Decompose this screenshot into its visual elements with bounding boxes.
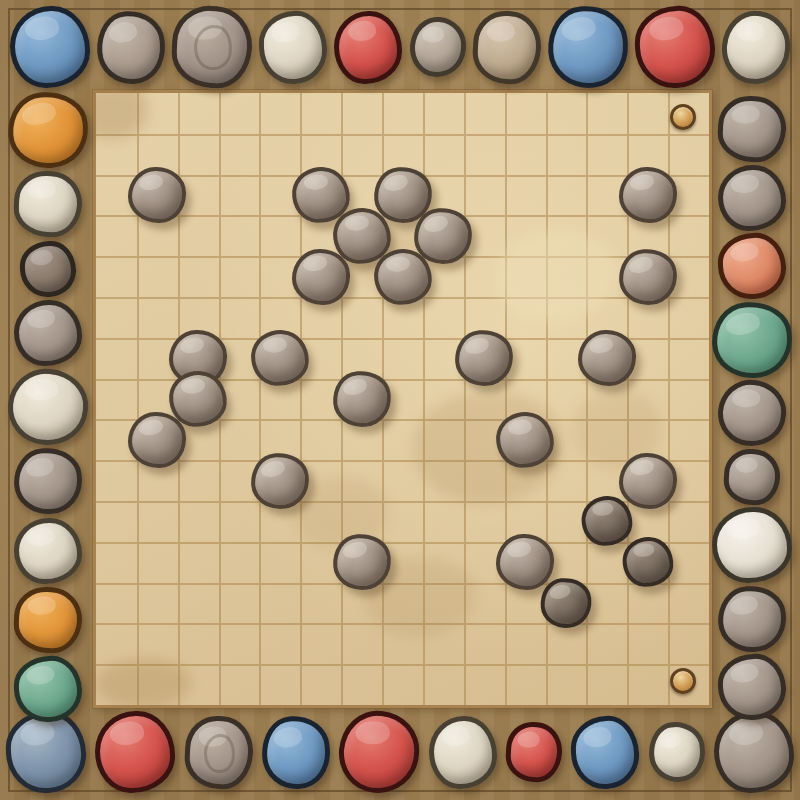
border-pebble-tan [471, 9, 543, 85]
stone[interactable] [619, 453, 677, 509]
border-pebble-taupe [12, 446, 84, 517]
stone[interactable] [453, 328, 516, 389]
stone[interactable] [128, 412, 186, 468]
border-pebble-red [633, 5, 716, 90]
border-pebble-cream [647, 720, 707, 784]
pebble-border-right [708, 96, 796, 720]
border-pebble-blue [10, 6, 90, 88]
stone[interactable] [330, 369, 393, 430]
pebble-border-bottom [6, 704, 794, 800]
brass-pin [670, 668, 696, 694]
stone[interactable] [578, 330, 636, 386]
border-pebble-taupeswirl [170, 4, 254, 90]
border-pebble-orange [12, 585, 83, 654]
border-pebble-taupe [716, 94, 787, 163]
stones-layer [96, 93, 709, 705]
pebble-border-left [4, 92, 92, 722]
border-pebble-white [712, 507, 792, 583]
border-pebble-taupe [14, 300, 82, 366]
border-pebble-coral [717, 232, 787, 300]
border-pebble-taupe [714, 711, 794, 793]
border-pebble-blue [570, 714, 641, 789]
stone[interactable] [496, 534, 554, 590]
border-pebble-cream [14, 518, 82, 584]
border-pebble-red [95, 711, 175, 793]
stone[interactable] [494, 410, 556, 470]
stone[interactable] [330, 532, 393, 593]
border-pebble-cream [429, 716, 497, 789]
border-pebble-taupe [723, 447, 782, 506]
border-pebble-blue [545, 3, 631, 90]
border-pebble-cream [258, 9, 329, 84]
border-pebble-cream [719, 8, 793, 87]
border-pebble-darktaupe [19, 240, 77, 298]
border-pebble-red [336, 708, 423, 797]
border-pebble-taupeswirl [183, 714, 255, 790]
border-pebble-taupe [716, 583, 788, 654]
stone[interactable] [538, 576, 593, 630]
border-pebble-green [709, 299, 794, 380]
board [93, 90, 712, 708]
stone[interactable] [621, 535, 675, 588]
brass-pin [670, 104, 696, 130]
border-pebble-cream [5, 366, 91, 449]
border-pebble-cream [12, 170, 83, 239]
border-pebble-red [504, 721, 563, 784]
border-pebble-red [334, 11, 402, 84]
stone[interactable] [616, 246, 679, 307]
stone[interactable] [619, 167, 677, 223]
border-pebble-taupe [715, 377, 788, 449]
border-pebble-graytan [95, 8, 168, 86]
border-pebble-taupe [717, 653, 787, 721]
pebble-go-board [0, 0, 800, 800]
pebble-border-top [10, 4, 790, 90]
border-pebble-taupe [718, 165, 786, 231]
stone[interactable] [249, 450, 312, 511]
border-pebble-orange [5, 89, 90, 170]
stone[interactable] [128, 167, 186, 223]
border-pebble-blue [260, 713, 333, 791]
border-pebble-lighttaupe [407, 15, 468, 80]
stone[interactable] [249, 328, 311, 388]
stone[interactable] [580, 495, 634, 548]
stone[interactable] [292, 249, 350, 305]
border-pebble-bluegray [5, 710, 88, 795]
border-pebble-green [13, 655, 83, 723]
